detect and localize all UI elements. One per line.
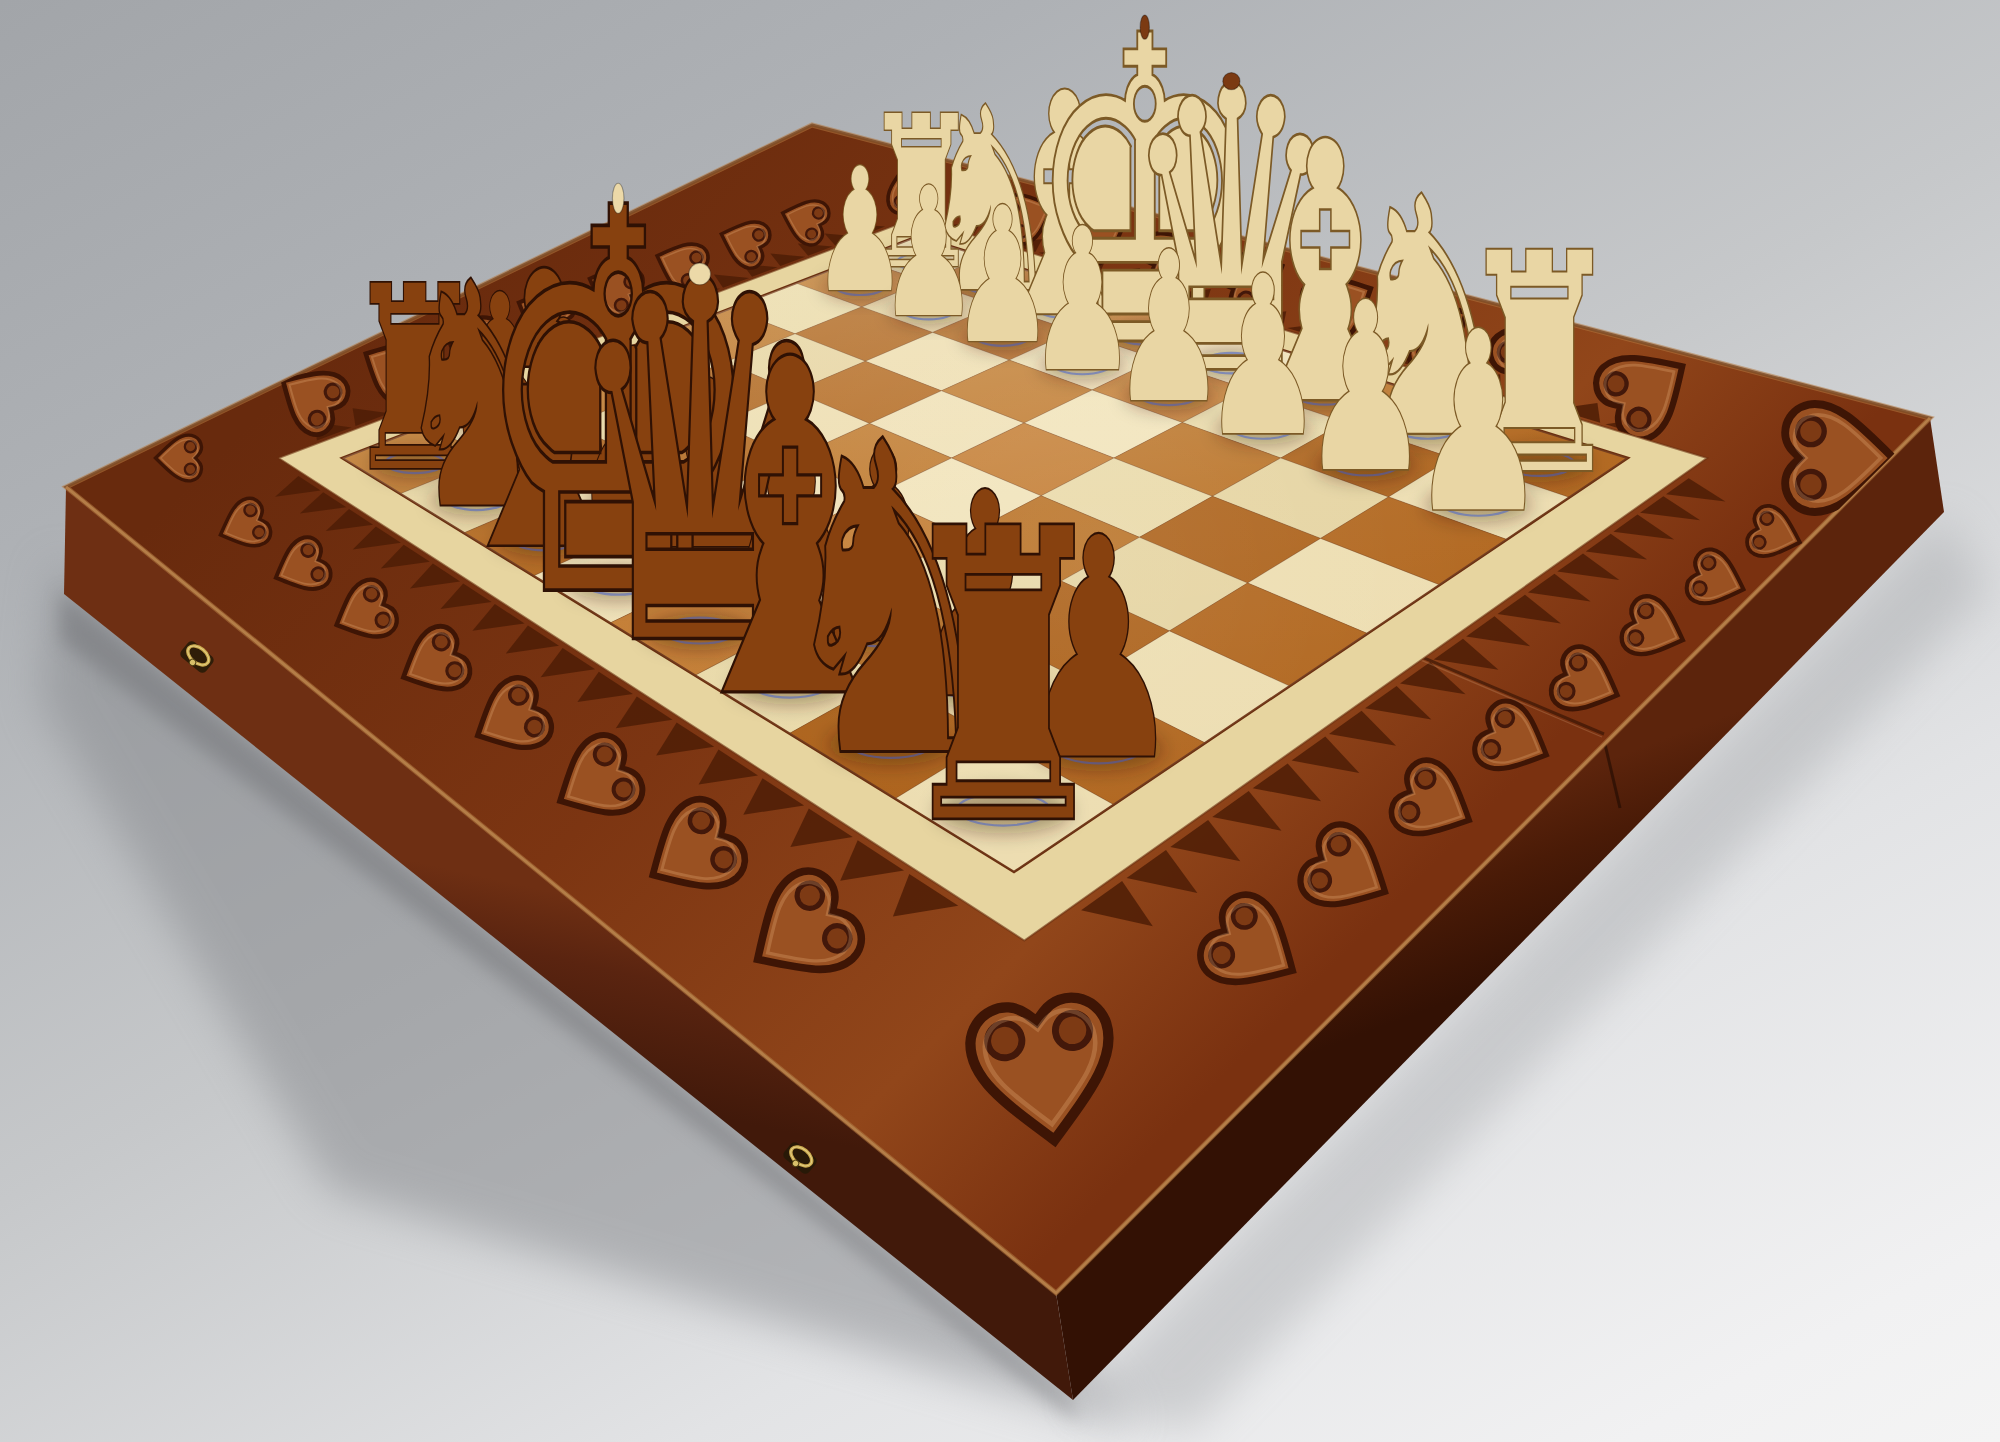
piece-glyph: ♟	[1410, 280, 1548, 568]
chess-board-photo: ♜♞♟♝♟♚♟♛♟♝♟♞♟♟♜♟♟♜♞♟♟♝♟♚♟♛♟♝♟♞♟♜	[0, 0, 2000, 1442]
piece-white-pawn-a2[interactable]: ♟	[1410, 280, 1548, 568]
product-photo-scene: chess ♜♞♟♝♟♚♟♛♟♝♟♞♟♟♜♟♟♜♞♟♟♝♟♚♟♛♟♝♟♞♟♜	[0, 0, 2000, 1442]
piece-black-rook-a8[interactable]: ♜	[892, 446, 1114, 912]
piece-glyph: ♜	[892, 446, 1114, 912]
